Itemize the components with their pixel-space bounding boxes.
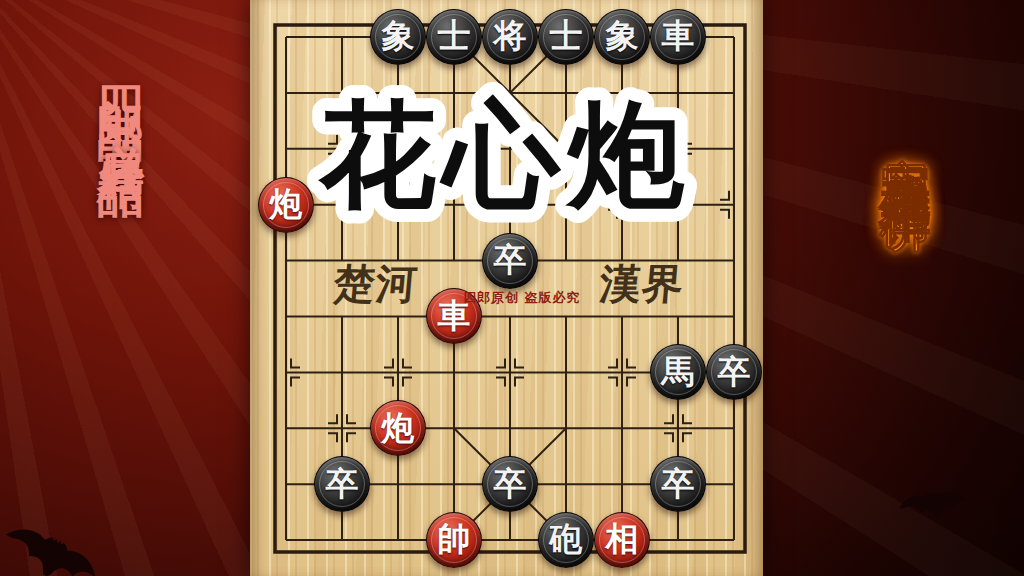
piece-glyph: 士 — [550, 19, 583, 52]
piece-black-advisor[interactable]: 士 — [426, 9, 482, 65]
piece-red-elephant[interactable]: 相 — [594, 512, 650, 568]
piece-glyph: 帥 — [438, 522, 471, 555]
piece-glyph: 将 — [494, 19, 527, 52]
piece-black-chariot[interactable]: 車 — [650, 9, 706, 65]
piece-glyph: 象 — [606, 19, 639, 52]
piece-glyph: 炮 — [382, 411, 415, 444]
piece-glyph: 砲 — [550, 522, 583, 555]
piece-glyph: 士 — [438, 19, 471, 52]
piece-glyph: 卒 — [494, 467, 527, 500]
piece-black-advisor[interactable]: 士 — [538, 9, 594, 65]
piece-glyph: 卒 — [662, 467, 695, 500]
title-overlay: 花心炮 — [250, 68, 763, 248]
piece-black-soldier[interactable]: 卒 — [482, 456, 538, 512]
piece-glyph: 卒 — [718, 355, 751, 388]
left-banner-line2: 必属精品 — [94, 106, 149, 146]
bat-icon — [0, 512, 108, 576]
left-banner: 四郎出品必属精品 — [90, 50, 153, 146]
piece-glyph: 相 — [606, 522, 639, 555]
bat-icon — [896, 484, 972, 533]
left-banner-line1: 四郎出品 — [94, 50, 149, 90]
piece-black-soldier[interactable]: 卒 — [314, 456, 370, 512]
piece-red-cannon[interactable]: 炮 — [370, 400, 426, 456]
piece-black-elephant[interactable]: 象 — [370, 9, 426, 65]
piece-black-soldier[interactable]: 卒 — [706, 344, 762, 400]
watermark-text: 四郎原创 盗版必究 — [463, 289, 581, 307]
piece-glyph: 車 — [662, 19, 695, 52]
piece-black-horse[interactable]: 馬 — [650, 344, 706, 400]
piece-black-cannon[interactable]: 砲 — [538, 512, 594, 568]
right-banner: 实用残局精讲 — [870, 116, 939, 170]
piece-black-elephant[interactable]: 象 — [594, 9, 650, 65]
piece-black-soldier[interactable]: 卒 — [650, 456, 706, 512]
title-text: 花心炮 — [318, 87, 692, 222]
video-thumbnail: 四郎出品必属精品 实用残局精讲 楚河 漢界 象士将士象車炮卒車馬卒炮卒卒卒帥砲相… — [0, 0, 1024, 576]
piece-black-general[interactable]: 将 — [482, 9, 538, 65]
piece-glyph: 象 — [382, 19, 415, 52]
piece-glyph: 卒 — [326, 467, 359, 500]
piece-glyph: 馬 — [662, 355, 695, 388]
piece-red-general[interactable]: 帥 — [426, 512, 482, 568]
